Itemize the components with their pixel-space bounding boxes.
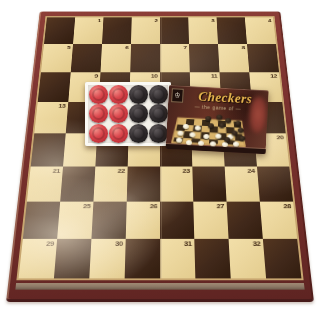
board-square-dark[interactable]	[192, 167, 226, 202]
checkers-set-photo: 1234567891011121314151617181920212223242…	[0, 0, 320, 320]
board-square-31[interactable]: 31	[160, 239, 195, 279]
board-square-3[interactable]: 3	[188, 17, 218, 44]
board-square-13[interactable]: 13	[34, 102, 68, 133]
board-square-dark[interactable]	[71, 44, 102, 72]
tray-grid	[88, 85, 168, 143]
black-checker-piece[interactable]	[149, 124, 168, 143]
board-maroon-border: 1234567891011121314151617181920212223242…	[6, 12, 314, 302]
black-checker-piece[interactable]	[129, 124, 148, 143]
brand-crown-logo-icon: ♔	[171, 88, 184, 103]
board-square-26[interactable]: 26	[126, 202, 160, 239]
board-square-dark[interactable]	[38, 72, 71, 102]
red-checker-piece[interactable]	[89, 104, 108, 123]
square-number: 27	[217, 203, 225, 210]
board-square-dark[interactable]	[54, 239, 92, 279]
board-square-dark[interactable]	[91, 202, 126, 239]
board-square-27[interactable]: 27	[193, 202, 228, 239]
box-artwork	[171, 107, 248, 147]
black-checker-piece[interactable]	[149, 104, 168, 123]
square-number: 24	[247, 168, 255, 174]
box-art-dark-piece	[238, 127, 244, 132]
square-number: 29	[46, 241, 54, 248]
square-number: 5	[67, 45, 71, 50]
square-number: 26	[150, 203, 157, 210]
board-square-28[interactable]: 28	[260, 202, 297, 239]
board-square-dark[interactable]	[217, 17, 247, 44]
checkers-box-lid[interactable]: ♔ Checkers — the game of —	[166, 85, 269, 154]
square-number: 2	[155, 19, 158, 24]
square-number: 1	[98, 19, 101, 24]
board-square-24[interactable]: 24	[225, 167, 260, 202]
red-checker-piece[interactable]	[109, 85, 128, 104]
board-square-dark[interactable]	[160, 202, 194, 239]
box-art-white-piece	[175, 138, 181, 143]
board-square-dark[interactable]	[247, 44, 279, 72]
board-square-2[interactable]: 2	[131, 17, 160, 44]
board-square-25[interactable]: 25	[57, 202, 93, 239]
black-checker-piece[interactable]	[129, 85, 148, 104]
board-square-dark[interactable]	[127, 167, 160, 202]
board-square-dark[interactable]	[23, 202, 60, 239]
checkers-board: 1234567891011121314151617181920212223242…	[6, 12, 314, 302]
box-art-white-piece	[194, 125, 200, 130]
board-square-29[interactable]: 29	[19, 239, 58, 279]
square-number: 28	[283, 203, 291, 210]
square-number: 32	[253, 241, 261, 248]
square-number: 21	[53, 168, 61, 174]
red-checker-piece[interactable]	[89, 124, 108, 143]
square-number: 31	[184, 241, 192, 248]
box-art-red-blur	[249, 96, 268, 133]
board-square-dark[interactable]	[102, 17, 132, 44]
square-number: 9	[94, 74, 98, 79]
board-square-1[interactable]: 1	[73, 17, 103, 44]
board-square-dark[interactable]	[227, 202, 263, 239]
board-square-dark[interactable]	[263, 239, 302, 279]
board-square-dark[interactable]	[257, 167, 293, 202]
board-square-7[interactable]: 7	[160, 44, 190, 72]
square-number: 30	[115, 241, 123, 248]
board-square-4[interactable]: 4	[245, 17, 276, 44]
box-art-white-piece	[203, 134, 209, 139]
box-art-dark-piece	[239, 136, 245, 141]
square-number: 3	[211, 19, 214, 24]
board-square-dark[interactable]	[125, 239, 160, 279]
box-art-white-piece	[182, 124, 188, 129]
board-square-8[interactable]: 8	[218, 44, 249, 72]
board-square-30[interactable]: 30	[89, 239, 125, 279]
board-square-dark[interactable]	[31, 133, 66, 166]
square-number: 11	[211, 74, 217, 79]
red-checker-piece[interactable]	[109, 124, 128, 143]
board-square-21[interactable]: 21	[27, 167, 63, 202]
box-art-white-piece	[232, 141, 238, 146]
square-number: 13	[58, 103, 65, 109]
box-art-dark-piece	[208, 123, 214, 128]
black-checker-piece[interactable]	[129, 104, 148, 123]
square-number: 25	[83, 203, 91, 210]
square-number: 10	[151, 74, 158, 79]
square-number: 12	[270, 74, 277, 79]
black-checker-piece[interactable]	[149, 85, 168, 104]
square-number: 7	[183, 45, 186, 50]
board-square-32[interactable]: 32	[229, 239, 267, 279]
box-art-dark-piece	[218, 123, 224, 128]
red-checker-piece[interactable]	[89, 85, 108, 104]
board-square-dark[interactable]	[130, 44, 160, 72]
board-square-6[interactable]: 6	[100, 44, 131, 72]
board-square-5[interactable]: 5	[41, 44, 73, 72]
box-art-dark-piece	[216, 115, 222, 120]
board-square-dark[interactable]	[60, 167, 95, 202]
board-square-23[interactable]: 23	[160, 167, 193, 202]
square-number: 23	[183, 168, 190, 174]
board-square-22[interactable]: 22	[93, 167, 127, 202]
board-square-dark[interactable]	[44, 17, 75, 44]
box-art-dark-piece	[225, 118, 231, 123]
square-number: 6	[125, 45, 128, 50]
square-number: 8	[241, 45, 245, 50]
square-number: 20	[276, 135, 284, 141]
board-square-dark[interactable]	[194, 239, 230, 279]
square-number: 4	[268, 19, 272, 24]
board-square-dark[interactable]	[160, 17, 189, 44]
board-bottom-trim	[15, 283, 304, 290]
square-number: 22	[118, 168, 125, 174]
pieces-tray[interactable]	[85, 82, 171, 146]
red-checker-piece[interactable]	[109, 104, 128, 123]
board-square-dark[interactable]	[189, 44, 220, 72]
